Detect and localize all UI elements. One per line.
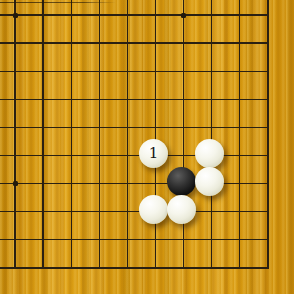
star-point [13, 181, 18, 186]
move-number-label: 1 [149, 146, 159, 161]
grid-line-vertical-7 [211, 0, 212, 269]
black-stone-Q4 [167, 167, 196, 196]
white-stone-P5: 1 [139, 139, 168, 168]
star-point [181, 13, 186, 18]
grid-line-horizontal-3 [0, 99, 269, 100]
grid-line-horizontal-7 [0, 211, 269, 212]
grid-line-horizontal-5 [0, 155, 269, 156]
grid-line-horizontal-9 [0, 267, 269, 270]
white-stone-R5 [195, 139, 224, 168]
star-point [13, 13, 18, 18]
grid-line-vertical-1 [42, 0, 43, 269]
grid-line-vertical-8 [239, 0, 240, 269]
grid-line-horizontal-1 [0, 42, 269, 43]
grid-line-horizontal-4 [0, 127, 269, 128]
white-stone-P3 [139, 195, 168, 224]
grid-line-horizontal-6 [0, 183, 269, 184]
grid-line-vertical-9 [267, 0, 270, 269]
grid-line-vertical-6 [183, 0, 184, 269]
grid-line-vertical-3 [99, 0, 100, 269]
grid-line-vertical-2 [71, 0, 72, 269]
grid-line-horizontal-0 [0, 14, 269, 15]
crop-edge-artifact-line [0, 2, 116, 4]
grid-line-vertical-5 [155, 0, 156, 269]
grid-line-horizontal-2 [0, 71, 269, 72]
go-board[interactable]: 1 [0, 0, 294, 294]
grid-line-vertical-0 [14, 0, 15, 269]
grid-line-vertical-4 [127, 0, 128, 269]
grid-line-horizontal-8 [0, 239, 269, 240]
